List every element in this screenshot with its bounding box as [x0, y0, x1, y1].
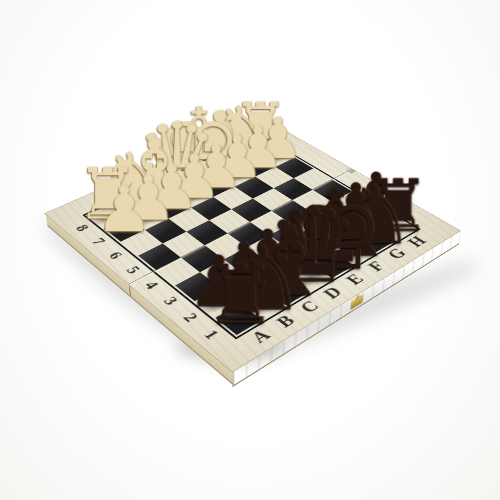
square-a7: ♟: [104, 217, 145, 242]
product-photo-scene: ♜♞♝♛♚♝♞♜♟♟♟♟♟♟♟♟♟♟♟♟♟♟♟♟♜♞♝♛♚♝♞♜ 8765432…: [0, 0, 500, 500]
piece-white-pawn: ♟: [95, 178, 152, 242]
piece-black-rook: ♜: [203, 255, 276, 336]
board-grid: ♜♞♝♛♚♝♞♜♟♟♟♟♟♟♟♟♟♟♟♟♟♟♟♟♜♞♝♛♚♝♞♜: [88, 137, 415, 335]
square-a1: ♜: [215, 303, 262, 335]
chess-board: ♜♞♝♛♚♝♞♜♟♟♟♟♟♟♟♟♟♟♟♟♟♟♟♟♜♞♝♛♚♝♞♜ 8765432…: [44, 117, 462, 373]
perspective-container: ♜♞♝♛♚♝♞♜♟♟♟♟♟♟♟♟♟♟♟♟♟♟♟♟♜♞♝♛♚♝♞♜ 8765432…: [0, 0, 500, 500]
